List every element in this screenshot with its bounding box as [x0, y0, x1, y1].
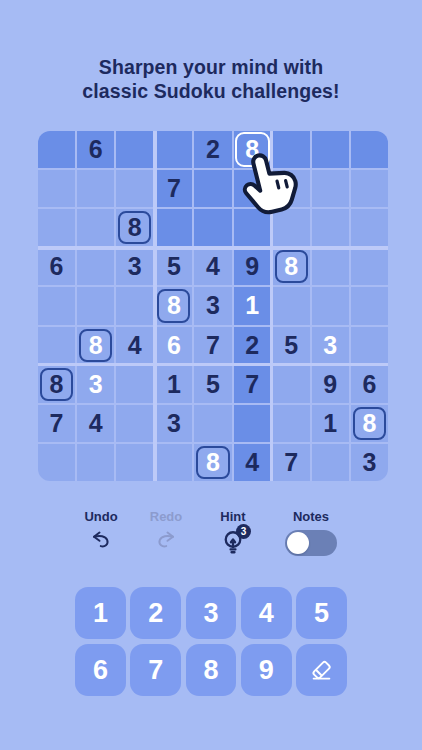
cell-r3c2[interactable]: [77, 209, 114, 246]
cell-value: 6: [167, 331, 181, 360]
cell-r6c3[interactable]: 4: [116, 327, 153, 364]
cell-r4c9[interactable]: [351, 248, 388, 285]
cell-r7c7[interactable]: [273, 366, 310, 403]
cell-value: 3: [323, 331, 337, 360]
cell-r1c4[interactable]: [155, 131, 192, 168]
cell-r5c7[interactable]: [273, 287, 310, 324]
cell-r8c7[interactable]: [273, 405, 310, 442]
cell-value: 3: [89, 370, 103, 399]
number-pad: 12345 6789: [75, 587, 347, 701]
notes-control: Notes: [281, 509, 341, 556]
cell-r8c1[interactable]: 7: [38, 405, 75, 442]
sudoku-app-screen: Sharpen your mind with classic Sudoku ch…: [0, 0, 422, 750]
page-title: Sharpen your mind with classic Sudoku ch…: [0, 56, 422, 103]
cell-r7c3[interactable]: [116, 366, 153, 403]
cell-value: 6: [89, 135, 103, 164]
cell-r2c1[interactable]: [38, 170, 75, 207]
cell-r7c1[interactable]: 8: [38, 366, 75, 403]
cell-r2c7[interactable]: [273, 170, 310, 207]
title-line-2: classic Sudoku challenges!: [0, 80, 422, 104]
cell-value: 3: [206, 291, 220, 320]
cell-r1c3[interactable]: [116, 131, 153, 168]
sudoku-grid: 6287863549883184672538315796743188473: [38, 131, 388, 481]
cell-r5c1[interactable]: [38, 287, 75, 324]
cell-r7c2[interactable]: 3: [77, 366, 114, 403]
cell-r4c7[interactable]: 8: [273, 248, 310, 285]
cell-value: 5: [167, 252, 181, 281]
cell-r9c6[interactable]: 4: [234, 444, 271, 481]
cell-value: 9: [323, 370, 337, 399]
undo-icon: [88, 528, 114, 552]
redo-button[interactable]: Redo: [138, 509, 194, 556]
eraser-button[interactable]: [296, 644, 347, 696]
cell-r8c6[interactable]: [234, 405, 271, 442]
cell-value: 5: [206, 370, 220, 399]
cell-r9c4[interactable]: [155, 444, 192, 481]
numpad-button-3[interactable]: 3: [186, 587, 237, 639]
cell-r5c6[interactable]: 1: [234, 287, 271, 324]
cell-value: 3: [128, 252, 142, 281]
cell-value: 8: [362, 409, 376, 438]
undo-button[interactable]: Undo: [73, 509, 129, 556]
cell-r8c4[interactable]: 3: [155, 405, 192, 442]
cell-r2c3[interactable]: [116, 170, 153, 207]
cell-r6c4[interactable]: 6: [155, 327, 192, 364]
cell-value: 6: [50, 252, 64, 281]
cell-r6c6[interactable]: 2: [234, 327, 271, 364]
cell-value: 7: [284, 448, 298, 477]
numpad-button-7[interactable]: 7: [130, 644, 181, 696]
cell-value: 2: [206, 135, 220, 164]
cell-r4c4[interactable]: 5: [155, 248, 192, 285]
cell-r3c5[interactable]: [194, 209, 231, 246]
cell-r2c8[interactable]: [312, 170, 349, 207]
numpad-row-2: 6789: [75, 644, 347, 696]
toggle-knob: [287, 532, 309, 554]
numpad-button-5[interactable]: 5: [296, 587, 347, 639]
numpad-button-8[interactable]: 8: [186, 644, 237, 696]
cell-r1c8[interactable]: [312, 131, 349, 168]
cell-r4c1[interactable]: 6: [38, 248, 75, 285]
cell-r7c5[interactable]: 5: [194, 366, 231, 403]
numpad-button-6[interactable]: 6: [75, 644, 126, 696]
cell-r2c6[interactable]: [234, 170, 271, 207]
numpad-button-4[interactable]: 4: [241, 587, 292, 639]
cell-r8c9[interactable]: 8: [351, 405, 388, 442]
cell-r3c1[interactable]: [38, 209, 75, 246]
cell-r2c2[interactable]: [77, 170, 114, 207]
cell-r6c5[interactable]: 7: [194, 327, 231, 364]
cell-r4c5[interactable]: 4: [194, 248, 231, 285]
cell-r5c3[interactable]: [116, 287, 153, 324]
cell-r4c8[interactable]: [312, 248, 349, 285]
cell-r1c9[interactable]: [351, 131, 388, 168]
cell-r7c6[interactable]: 7: [234, 366, 271, 403]
cell-value: 6: [362, 370, 376, 399]
cell-r7c8[interactable]: 9: [312, 366, 349, 403]
cell-r5c9[interactable]: [351, 287, 388, 324]
cell-r9c2[interactable]: [77, 444, 114, 481]
cell-r4c6[interactable]: 9: [234, 248, 271, 285]
hint-button[interactable]: Hint 3: [205, 509, 261, 562]
cell-value: 8: [284, 252, 298, 281]
cell-r8c5[interactable]: [194, 405, 231, 442]
notes-label: Notes: [281, 509, 341, 524]
cell-value: 7: [50, 409, 64, 438]
cell-value: 8: [128, 213, 142, 242]
cell-value: 7: [206, 331, 220, 360]
cell-r5c4[interactable]: 8: [155, 287, 192, 324]
cell-value: 4: [245, 448, 259, 477]
cell-r3c4[interactable]: [155, 209, 192, 246]
cell-r3c9[interactable]: [351, 209, 388, 246]
cell-value: 9: [245, 252, 259, 281]
numpad-button-1[interactable]: 1: [75, 587, 126, 639]
cell-r9c8[interactable]: [312, 444, 349, 481]
cell-value: 1: [323, 409, 337, 438]
cell-r9c5[interactable]: 8: [194, 444, 231, 481]
cell-value: 1: [245, 291, 259, 320]
cell-r5c2[interactable]: [77, 287, 114, 324]
cell-value: 8: [167, 291, 181, 320]
redo-label: Redo: [138, 509, 194, 524]
cell-r7c4[interactable]: 1: [155, 366, 192, 403]
cell-value: 8: [50, 370, 64, 399]
redo-icon: [153, 528, 179, 552]
cell-value: 7: [167, 174, 181, 203]
cell-value: 4: [206, 252, 220, 281]
cell-value: 8: [89, 331, 103, 360]
cell-r9c3[interactable]: [116, 444, 153, 481]
cell-value: 3: [362, 448, 376, 477]
numpad-button-2[interactable]: 2: [130, 587, 181, 639]
cell-r6c9[interactable]: [351, 327, 388, 364]
cell-r8c2[interactable]: 4: [77, 405, 114, 442]
cell-r4c2[interactable]: [77, 248, 114, 285]
title-line-1: Sharpen your mind with: [0, 56, 422, 80]
cell-r8c8[interactable]: 1: [312, 405, 349, 442]
cell-r9c7[interactable]: 7: [273, 444, 310, 481]
cell-r5c8[interactable]: [312, 287, 349, 324]
notes-toggle[interactable]: [285, 530, 337, 556]
cell-r2c9[interactable]: [351, 170, 388, 207]
hint-count-badge: 3: [236, 524, 251, 539]
cell-r6c8[interactable]: 3: [312, 327, 349, 364]
cell-r3c7[interactable]: [273, 209, 310, 246]
cell-value: 4: [89, 409, 103, 438]
cell-r9c9[interactable]: 3: [351, 444, 388, 481]
sudoku-board: 6287863549883184672538315796743188473: [38, 131, 388, 481]
cell-r1c5[interactable]: 2: [194, 131, 231, 168]
cell-r1c2[interactable]: 6: [77, 131, 114, 168]
cell-r2c5[interactable]: [194, 170, 231, 207]
undo-label: Undo: [73, 509, 129, 524]
eraser-icon: [308, 657, 335, 684]
cell-value: 8: [206, 448, 220, 477]
cell-value: 4: [128, 331, 142, 360]
cell-value: 8: [245, 135, 259, 164]
cell-r7c9[interactable]: 6: [351, 366, 388, 403]
cell-r6c2[interactable]: 8: [77, 327, 114, 364]
cell-value: 1: [167, 370, 181, 399]
cell-value: 5: [284, 331, 298, 360]
cell-r4c3[interactable]: 3: [116, 248, 153, 285]
cell-r6c7[interactable]: 5: [273, 327, 310, 364]
cell-value: 3: [167, 409, 181, 438]
cell-r5c5[interactable]: 3: [194, 287, 231, 324]
cell-r1c7[interactable]: [273, 131, 310, 168]
numpad-row-1: 12345: [75, 587, 347, 639]
cell-r3c8[interactable]: [312, 209, 349, 246]
cell-r9c1[interactable]: [38, 444, 75, 481]
cell-r3c3[interactable]: 8: [116, 209, 153, 246]
cell-r2c4[interactable]: 7: [155, 170, 192, 207]
numpad-button-9[interactable]: 9: [241, 644, 292, 696]
cell-r6c1[interactable]: [38, 327, 75, 364]
cell-value: 7: [245, 370, 259, 399]
cell-r3c6[interactable]: [234, 209, 271, 246]
cell-r1c6[interactable]: 8: [234, 131, 271, 168]
cell-r1c1[interactable]: [38, 131, 75, 168]
cell-r8c3[interactable]: [116, 405, 153, 442]
hint-label: Hint: [205, 509, 261, 524]
cell-value: 2: [245, 331, 259, 360]
